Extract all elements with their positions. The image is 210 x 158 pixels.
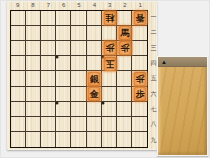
board-square-8-3[interactable] <box>26 41 41 56</box>
board-square-3-8[interactable] <box>102 117 117 132</box>
file-coordinate-label: 5 <box>71 1 86 10</box>
board-square-8-1[interactable] <box>26 11 41 26</box>
board-square-6-3[interactable] <box>56 41 71 56</box>
board-square-4-1[interactable] <box>87 11 102 26</box>
shogi-piece-4五[interactable]: 銀 <box>88 72 101 86</box>
komadai-sente-hand[interactable]: ▲ <box>157 56 208 156</box>
board-square-8-7[interactable] <box>26 102 41 117</box>
board-square-9-1[interactable] <box>11 11 26 26</box>
file-coordinate-label: 6 <box>56 1 71 10</box>
file-coordinate-label: 3 <box>102 1 117 10</box>
file-coordinates: 987654321 <box>10 1 148 10</box>
board-square-9-4[interactable] <box>11 56 26 71</box>
hoshi-star-point <box>56 56 59 59</box>
board-square-6-4[interactable] <box>56 56 71 71</box>
shogi-piece-3三[interactable]: 歩 <box>103 41 116 55</box>
board-square-7-6[interactable] <box>41 87 56 102</box>
rank-coordinate-label: 一 <box>149 10 158 25</box>
board-square-2-5[interactable] <box>117 71 132 86</box>
board-square-4-9[interactable] <box>87 132 102 147</box>
board-square-9-5[interactable] <box>11 71 26 86</box>
board-square-1-3[interactable] <box>132 41 147 56</box>
board-square-4-2[interactable] <box>87 26 102 41</box>
board-square-1-4[interactable] <box>132 56 147 71</box>
board-square-4-8[interactable] <box>87 117 102 132</box>
board-square-5-6[interactable] <box>71 87 86 102</box>
file-coordinate-label: 7 <box>41 1 56 10</box>
board-square-1-9[interactable] <box>132 132 147 147</box>
board-square-2-7[interactable] <box>117 102 132 117</box>
board-square-9-9[interactable] <box>11 132 26 147</box>
board-square-5-5[interactable] <box>71 71 86 86</box>
board-square-5-9[interactable] <box>71 132 86 147</box>
shogi-piece-4六[interactable]: 金 <box>88 87 101 101</box>
rank-coordinate-label: 三 <box>149 41 158 56</box>
board-square-5-1[interactable] <box>71 11 86 26</box>
board-square-8-2[interactable] <box>26 26 41 41</box>
board-square-9-8[interactable] <box>11 117 26 132</box>
komadai-header-bar: ▲ <box>158 57 207 67</box>
board-square-7-8[interactable] <box>41 117 56 132</box>
tsume-shogi-widget: 987654321 一二三四五六七八九 桂香馬歩歩玉銀歩金歩 ▲ <box>0 0 210 158</box>
file-coordinate-label: 1 <box>133 1 148 10</box>
board-square-6-5[interactable] <box>56 71 71 86</box>
board-square-7-1[interactable] <box>41 11 56 26</box>
board-square-8-8[interactable] <box>26 117 41 132</box>
board-square-2-9[interactable] <box>117 132 132 147</box>
board-square-8-6[interactable] <box>26 87 41 102</box>
board-square-6-8[interactable] <box>56 117 71 132</box>
hoshi-star-point <box>102 102 105 105</box>
shogi-board-panel: 987654321 一二三四五六七八九 桂香馬歩歩玉銀歩金歩 <box>7 1 157 150</box>
shogi-piece-1五[interactable]: 歩 <box>134 72 147 86</box>
board-square-2-8[interactable] <box>117 117 132 132</box>
file-coordinate-label: 4 <box>87 1 102 10</box>
board-square-2-1[interactable] <box>117 11 132 26</box>
board-square-4-4[interactable] <box>87 56 102 71</box>
file-coordinate-label: 8 <box>25 1 40 10</box>
board-square-6-7[interactable] <box>56 102 71 117</box>
board-square-7-5[interactable] <box>41 71 56 86</box>
board-square-1-8[interactable] <box>132 117 147 132</box>
board-square-9-7[interactable] <box>11 102 26 117</box>
board-square-7-7[interactable] <box>41 102 56 117</box>
board-square-3-5[interactable] <box>102 71 117 86</box>
board-square-5-3[interactable] <box>71 41 86 56</box>
board-square-3-6[interactable] <box>102 87 117 102</box>
board-square-5-8[interactable] <box>71 117 86 132</box>
board-square-5-2[interactable] <box>71 26 86 41</box>
board-square-6-2[interactable] <box>56 26 71 41</box>
board-square-2-4[interactable] <box>117 56 132 71</box>
board-square-4-3[interactable] <box>87 41 102 56</box>
shogi-piece-2三[interactable]: 歩 <box>119 41 132 55</box>
board-square-7-4[interactable] <box>41 56 56 71</box>
board-square-5-7[interactable] <box>71 102 86 117</box>
board-square-8-4[interactable] <box>26 56 41 71</box>
board-square-3-9[interactable] <box>102 132 117 147</box>
board-square-4-7[interactable] <box>87 102 102 117</box>
board-square-3-2[interactable] <box>102 26 117 41</box>
board-square-6-9[interactable] <box>56 132 71 147</box>
board-square-6-1[interactable] <box>56 11 71 26</box>
board-square-9-3[interactable] <box>11 41 26 56</box>
shogi-piece-2二[interactable]: 馬 <box>119 26 132 40</box>
board-square-2-6[interactable] <box>117 87 132 102</box>
board-square-1-2[interactable] <box>132 26 147 41</box>
shogi-piece-3四[interactable]: 玉 <box>103 57 116 71</box>
file-coordinate-label: 2 <box>117 1 132 10</box>
shogi-piece-1一[interactable]: 香 <box>134 11 147 25</box>
hoshi-star-point <box>56 102 59 105</box>
shogi-piece-3一[interactable]: 桂 <box>103 11 116 25</box>
board-square-8-5[interactable] <box>26 71 41 86</box>
board-square-7-9[interactable] <box>41 132 56 147</box>
board-square-1-7[interactable] <box>132 102 147 117</box>
board-square-7-2[interactable] <box>41 26 56 41</box>
rank-coordinate-label: 二 <box>149 25 158 40</box>
board-square-6-6[interactable] <box>56 87 71 102</box>
shogi-piece-1六[interactable]: 歩 <box>134 87 147 101</box>
sente-hand-marker-icon: ▲ <box>161 59 167 65</box>
board-square-9-6[interactable] <box>11 87 26 102</box>
board-square-8-9[interactable] <box>26 132 41 147</box>
file-coordinate-label: 9 <box>10 1 25 10</box>
board-square-5-4[interactable] <box>71 56 86 71</box>
board-square-7-3[interactable] <box>41 41 56 56</box>
board-square-9-2[interactable] <box>11 26 26 41</box>
